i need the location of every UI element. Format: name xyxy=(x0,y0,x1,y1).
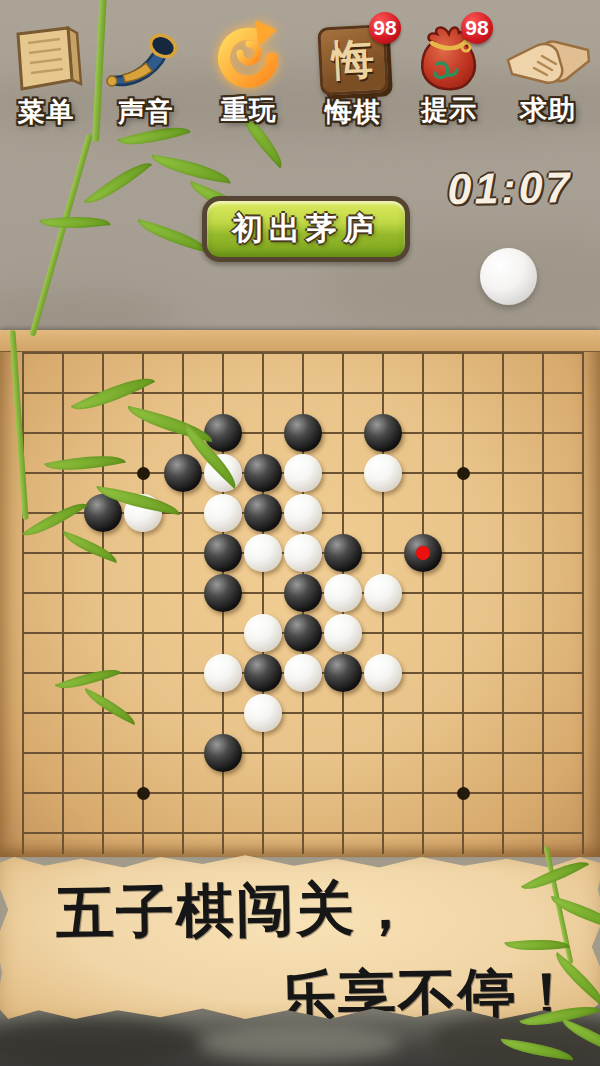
cell-14-3[interactable] xyxy=(563,453,600,493)
cell-5-12[interactable] xyxy=(203,813,243,853)
cell-6-6[interactable] xyxy=(243,573,283,613)
cell-5-4[interactable]: ○ xyxy=(203,493,243,533)
cell-1-0[interactable] xyxy=(43,333,83,373)
cell-5-7[interactable] xyxy=(203,613,243,653)
cell-0-5[interactable] xyxy=(3,533,43,573)
cell-13-1[interactable] xyxy=(523,373,563,413)
cell-6-4[interactable]: ● xyxy=(243,493,283,533)
cell-2-7[interactable] xyxy=(83,613,123,653)
cell-4-1[interactable] xyxy=(163,373,203,413)
cell-4-10[interactable] xyxy=(163,733,203,773)
level-badge-label: 初出茅庐 xyxy=(232,208,380,250)
cell-9-9[interactable] xyxy=(363,693,403,733)
cell-8-9[interactable] xyxy=(323,693,363,733)
cell-6-5[interactable]: ○ xyxy=(243,533,283,573)
gomoku-game-screen: ●●●●○●○○●○○●○●○○●●●●○○○●○○●○●○○● 五子棋闯关， … xyxy=(0,0,600,1066)
cell-11-4[interactable] xyxy=(443,493,483,533)
cell-0-8[interactable] xyxy=(3,653,43,693)
cell-5-8[interactable]: ○ xyxy=(203,653,243,693)
cell-8-11[interactable] xyxy=(323,773,363,813)
cell-1-12[interactable] xyxy=(43,813,83,853)
bamboo-leaf xyxy=(149,154,233,183)
cell-2-2[interactable] xyxy=(83,413,123,453)
black-stone: ● xyxy=(324,654,362,692)
cell-8-4[interactable] xyxy=(323,493,363,533)
black-stone: ● xyxy=(204,574,242,612)
star-point xyxy=(137,787,150,800)
white-stone: ○ xyxy=(364,574,402,612)
cell-0-11[interactable] xyxy=(3,773,43,813)
cell-11-9[interactable] xyxy=(443,693,483,733)
cell-5-1[interactable] xyxy=(203,373,243,413)
cell-4-3[interactable]: ● xyxy=(163,453,203,493)
cell-10-6[interactable] xyxy=(403,573,443,613)
level-badge-button[interactable]: 初出茅庐 xyxy=(202,196,410,262)
cell-10-1[interactable] xyxy=(403,373,443,413)
cell-10-7[interactable] xyxy=(403,613,443,653)
ink-blob xyxy=(430,1012,600,1066)
cell-7-12[interactable] xyxy=(283,813,323,853)
cell-8-0[interactable] xyxy=(323,333,363,373)
cell-14-10[interactable] xyxy=(563,733,600,773)
hint-count-badge: 98 xyxy=(461,12,493,44)
star-point xyxy=(137,467,150,480)
cell-3-8[interactable] xyxy=(123,653,163,693)
cell-9-8[interactable]: ○ xyxy=(363,653,403,693)
cell-5-11[interactable] xyxy=(203,773,243,813)
white-stone: ○ xyxy=(364,654,402,692)
help-label: 求助 xyxy=(502,92,594,128)
cell-11-2[interactable] xyxy=(443,413,483,453)
cell-13-11[interactable] xyxy=(523,773,563,813)
cell-9-6[interactable]: ○ xyxy=(363,573,403,613)
cell-10-12[interactable] xyxy=(403,813,443,853)
cell-1-11[interactable] xyxy=(43,773,83,813)
cell-1-2[interactable] xyxy=(43,413,83,453)
cell-13-6[interactable] xyxy=(523,573,563,613)
board-grid: ●●●●○●○○●○○●○●○○●●●●○○○●○○●○●○○● xyxy=(3,333,600,853)
cell-14-0[interactable] xyxy=(563,333,600,373)
cell-4-5[interactable] xyxy=(163,533,203,573)
black-stone: ● xyxy=(204,734,242,772)
white-stone: ○ xyxy=(324,574,362,612)
black-stone: ● xyxy=(244,454,282,492)
replay-label: 重玩 xyxy=(203,92,295,128)
cell-9-5[interactable] xyxy=(363,533,403,573)
bamboo-leaf xyxy=(39,210,110,235)
cell-0-6[interactable] xyxy=(3,573,43,613)
cell-12-7[interactable] xyxy=(483,613,523,653)
cell-10-8[interactable] xyxy=(403,653,443,693)
cell-12-5[interactable] xyxy=(483,533,523,573)
cell-14-6[interactable] xyxy=(563,573,600,613)
cell-6-12[interactable] xyxy=(243,813,283,853)
cell-6-0[interactable] xyxy=(243,333,283,373)
cell-9-12[interactable] xyxy=(363,813,403,853)
cell-5-5[interactable]: ● xyxy=(203,533,243,573)
cell-11-11[interactable] xyxy=(443,773,483,813)
cell-6-11[interactable] xyxy=(243,773,283,813)
black-stone: ● xyxy=(204,534,242,572)
cell-3-9[interactable] xyxy=(123,693,163,733)
ink-blob xyxy=(200,1026,400,1062)
cell-13-0[interactable] xyxy=(523,333,563,373)
cell-12-2[interactable] xyxy=(483,413,523,453)
cell-4-0[interactable] xyxy=(163,333,203,373)
cell-11-7[interactable] xyxy=(443,613,483,653)
cell-8-12[interactable] xyxy=(323,813,363,853)
cell-11-5[interactable] xyxy=(443,533,483,573)
sound-label: 声音 xyxy=(100,94,192,130)
black-stone: ● xyxy=(164,454,202,492)
undo-button[interactable]: 98 悔 悔棋 xyxy=(307,26,399,130)
cell-13-4[interactable] xyxy=(523,493,563,533)
white-stone: ○ xyxy=(284,534,322,572)
cell-10-0[interactable] xyxy=(403,333,443,373)
replay-swirl-icon xyxy=(203,16,295,92)
cell-5-9[interactable] xyxy=(203,693,243,733)
black-stone: ● xyxy=(404,534,442,572)
undo-label: 悔棋 xyxy=(307,94,399,130)
cell-12-3[interactable] xyxy=(483,453,523,493)
cell-6-8[interactable]: ● xyxy=(243,653,283,693)
star-point xyxy=(457,787,470,800)
hint-button[interactable]: 98 提示 xyxy=(403,20,495,128)
white-stone: ○ xyxy=(204,494,242,532)
cell-6-9[interactable]: ○ xyxy=(243,693,283,733)
cell-1-10[interactable] xyxy=(43,733,83,773)
cell-14-12[interactable] xyxy=(563,813,600,853)
menu-label: 菜单 xyxy=(0,94,92,130)
cell-13-8[interactable] xyxy=(523,653,563,693)
cell-7-11[interactable] xyxy=(283,773,323,813)
cell-8-8[interactable]: ● xyxy=(323,653,363,693)
cell-7-4[interactable]: ○ xyxy=(283,493,323,533)
white-stone: ○ xyxy=(324,614,362,652)
cell-5-6[interactable]: ● xyxy=(203,573,243,613)
white-stone: ○ xyxy=(284,454,322,492)
cell-9-11[interactable] xyxy=(363,773,403,813)
cell-10-3[interactable] xyxy=(403,453,443,493)
cell-3-7[interactable] xyxy=(123,613,163,653)
cell-0-1[interactable] xyxy=(3,373,43,413)
cell-13-7[interactable] xyxy=(523,613,563,653)
cell-3-10[interactable] xyxy=(123,733,163,773)
cell-14-4[interactable] xyxy=(563,493,600,533)
cell-12-12[interactable] xyxy=(483,813,523,853)
cell-10-9[interactable] xyxy=(403,693,443,733)
cell-3-0[interactable] xyxy=(123,333,163,373)
cell-10-5[interactable]: ● xyxy=(403,533,443,573)
cell-5-10[interactable]: ● xyxy=(203,733,243,773)
cell-7-2[interactable]: ● xyxy=(283,413,323,453)
cell-3-11[interactable] xyxy=(123,773,163,813)
bamboo-leaf xyxy=(84,152,153,213)
cell-14-8[interactable] xyxy=(563,653,600,693)
sound-button[interactable]: 声音 xyxy=(100,26,192,130)
cell-0-10[interactable] xyxy=(3,733,43,773)
cell-0-9[interactable] xyxy=(3,693,43,733)
cell-13-10[interactable] xyxy=(523,733,563,773)
cell-11-0[interactable] xyxy=(443,333,483,373)
cell-8-2[interactable] xyxy=(323,413,363,453)
white-stone: ○ xyxy=(284,654,322,692)
black-stone: ● xyxy=(244,494,282,532)
scroll-menu-icon xyxy=(0,20,92,94)
game-timer: 01:07 xyxy=(430,163,591,215)
cell-13-5[interactable] xyxy=(523,533,563,573)
cell-13-3[interactable] xyxy=(523,453,563,493)
help-button[interactable]: 求助 xyxy=(502,26,594,128)
cell-2-0[interactable] xyxy=(83,333,123,373)
cell-4-7[interactable] xyxy=(163,613,203,653)
white-turn-indicator-stone xyxy=(480,248,537,305)
replay-button[interactable]: 重玩 xyxy=(203,16,295,128)
cell-4-6[interactable] xyxy=(163,573,203,613)
cell-12-10[interactable] xyxy=(483,733,523,773)
cell-3-6[interactable] xyxy=(123,573,163,613)
white-stone: ○ xyxy=(244,534,282,572)
cell-12-8[interactable] xyxy=(483,653,523,693)
cell-12-0[interactable] xyxy=(483,333,523,373)
promo-banner-scroll: 五子棋闯关， 乐享不停！ xyxy=(0,850,600,1026)
cell-10-2[interactable] xyxy=(403,413,443,453)
cell-9-7[interactable] xyxy=(363,613,403,653)
cell-8-3[interactable] xyxy=(323,453,363,493)
toolbar: 菜单 声音 xyxy=(0,0,600,128)
cell-7-9[interactable] xyxy=(283,693,323,733)
cell-9-0[interactable] xyxy=(363,333,403,373)
horn-sound-icon xyxy=(100,26,192,94)
cell-3-5[interactable] xyxy=(123,533,163,573)
cell-7-10[interactable] xyxy=(283,733,323,773)
star-point xyxy=(457,467,470,480)
ink-blob xyxy=(0,1018,200,1066)
menu-button[interactable]: 菜单 xyxy=(0,20,92,130)
black-stone: ● xyxy=(244,654,282,692)
cell-0-7[interactable] xyxy=(3,613,43,653)
black-stone: ● xyxy=(284,574,322,612)
cell-5-0[interactable] xyxy=(203,333,243,373)
cell-2-11[interactable] xyxy=(83,773,123,813)
cell-12-4[interactable] xyxy=(483,493,523,533)
cell-11-10[interactable] xyxy=(443,733,483,773)
cell-9-1[interactable] xyxy=(363,373,403,413)
cell-12-1[interactable] xyxy=(483,373,523,413)
cell-7-1[interactable] xyxy=(283,373,323,413)
cell-8-5[interactable]: ● xyxy=(323,533,363,573)
cell-11-3[interactable] xyxy=(443,453,483,493)
cell-9-3[interactable]: ○ xyxy=(363,453,403,493)
cell-12-11[interactable] xyxy=(483,773,523,813)
black-stone: ● xyxy=(324,534,362,572)
white-stone: ○ xyxy=(244,694,282,732)
black-stone: ● xyxy=(284,614,322,652)
cell-2-10[interactable] xyxy=(83,733,123,773)
cell-6-2[interactable] xyxy=(243,413,283,453)
cell-14-11[interactable] xyxy=(563,773,600,813)
cell-0-12[interactable] xyxy=(3,813,43,853)
cell-11-1[interactable] xyxy=(443,373,483,413)
cell-1-7[interactable] xyxy=(43,613,83,653)
cell-1-9[interactable] xyxy=(43,693,83,733)
white-stone: ○ xyxy=(244,614,282,652)
cell-4-12[interactable] xyxy=(163,813,203,853)
cell-7-8[interactable]: ○ xyxy=(283,653,323,693)
cell-8-7[interactable]: ○ xyxy=(323,613,363,653)
cell-7-0[interactable] xyxy=(283,333,323,373)
cell-8-10[interactable] xyxy=(323,733,363,773)
white-stone: ○ xyxy=(204,654,242,692)
cell-11-6[interactable] xyxy=(443,573,483,613)
cell-3-3[interactable] xyxy=(123,453,163,493)
cell-9-4[interactable] xyxy=(363,493,403,533)
cell-7-5[interactable]: ○ xyxy=(283,533,323,573)
cell-7-6[interactable]: ● xyxy=(283,573,323,613)
cell-10-4[interactable] xyxy=(403,493,443,533)
undo-tile-character: 悔 xyxy=(331,31,376,89)
cell-1-6[interactable] xyxy=(43,573,83,613)
cell-6-1[interactable] xyxy=(243,373,283,413)
cell-14-9[interactable] xyxy=(563,693,600,733)
cell-3-12[interactable] xyxy=(123,813,163,853)
cell-8-1[interactable] xyxy=(323,373,363,413)
cell-4-8[interactable] xyxy=(163,653,203,693)
cell-12-6[interactable] xyxy=(483,573,523,613)
cell-10-11[interactable] xyxy=(403,773,443,813)
cell-14-2[interactable] xyxy=(563,413,600,453)
cell-12-9[interactable] xyxy=(483,693,523,733)
cell-4-9[interactable] xyxy=(163,693,203,733)
banner-text-line1: 五子棋闯关， xyxy=(55,869,416,953)
bamboo-leaf xyxy=(134,219,212,253)
cell-9-2[interactable]: ● xyxy=(363,413,403,453)
cell-13-2[interactable] xyxy=(523,413,563,453)
undo-count-badge: 98 xyxy=(369,12,401,44)
cell-14-1[interactable] xyxy=(563,373,600,413)
cell-6-7[interactable]: ○ xyxy=(243,613,283,653)
cell-11-8[interactable] xyxy=(443,653,483,693)
cell-9-10[interactable] xyxy=(363,733,403,773)
cell-6-3[interactable]: ● xyxy=(243,453,283,493)
cell-7-3[interactable]: ○ xyxy=(283,453,323,493)
cell-14-5[interactable] xyxy=(563,533,600,573)
cell-8-6[interactable]: ○ xyxy=(323,573,363,613)
handshake-help-icon xyxy=(502,26,594,92)
cell-14-7[interactable] xyxy=(563,613,600,653)
white-stone: ○ xyxy=(364,454,402,492)
cell-4-11[interactable] xyxy=(163,773,203,813)
black-stone: ● xyxy=(284,414,322,452)
cell-2-12[interactable] xyxy=(83,813,123,853)
black-stone: ● xyxy=(364,414,402,452)
cell-13-9[interactable] xyxy=(523,693,563,733)
cell-6-10[interactable] xyxy=(243,733,283,773)
cell-7-7[interactable]: ● xyxy=(283,613,323,653)
cell-2-6[interactable] xyxy=(83,573,123,613)
cell-11-12[interactable] xyxy=(443,813,483,853)
cell-10-10[interactable] xyxy=(403,733,443,773)
white-stone: ○ xyxy=(284,494,322,532)
hint-label: 提示 xyxy=(403,92,495,128)
